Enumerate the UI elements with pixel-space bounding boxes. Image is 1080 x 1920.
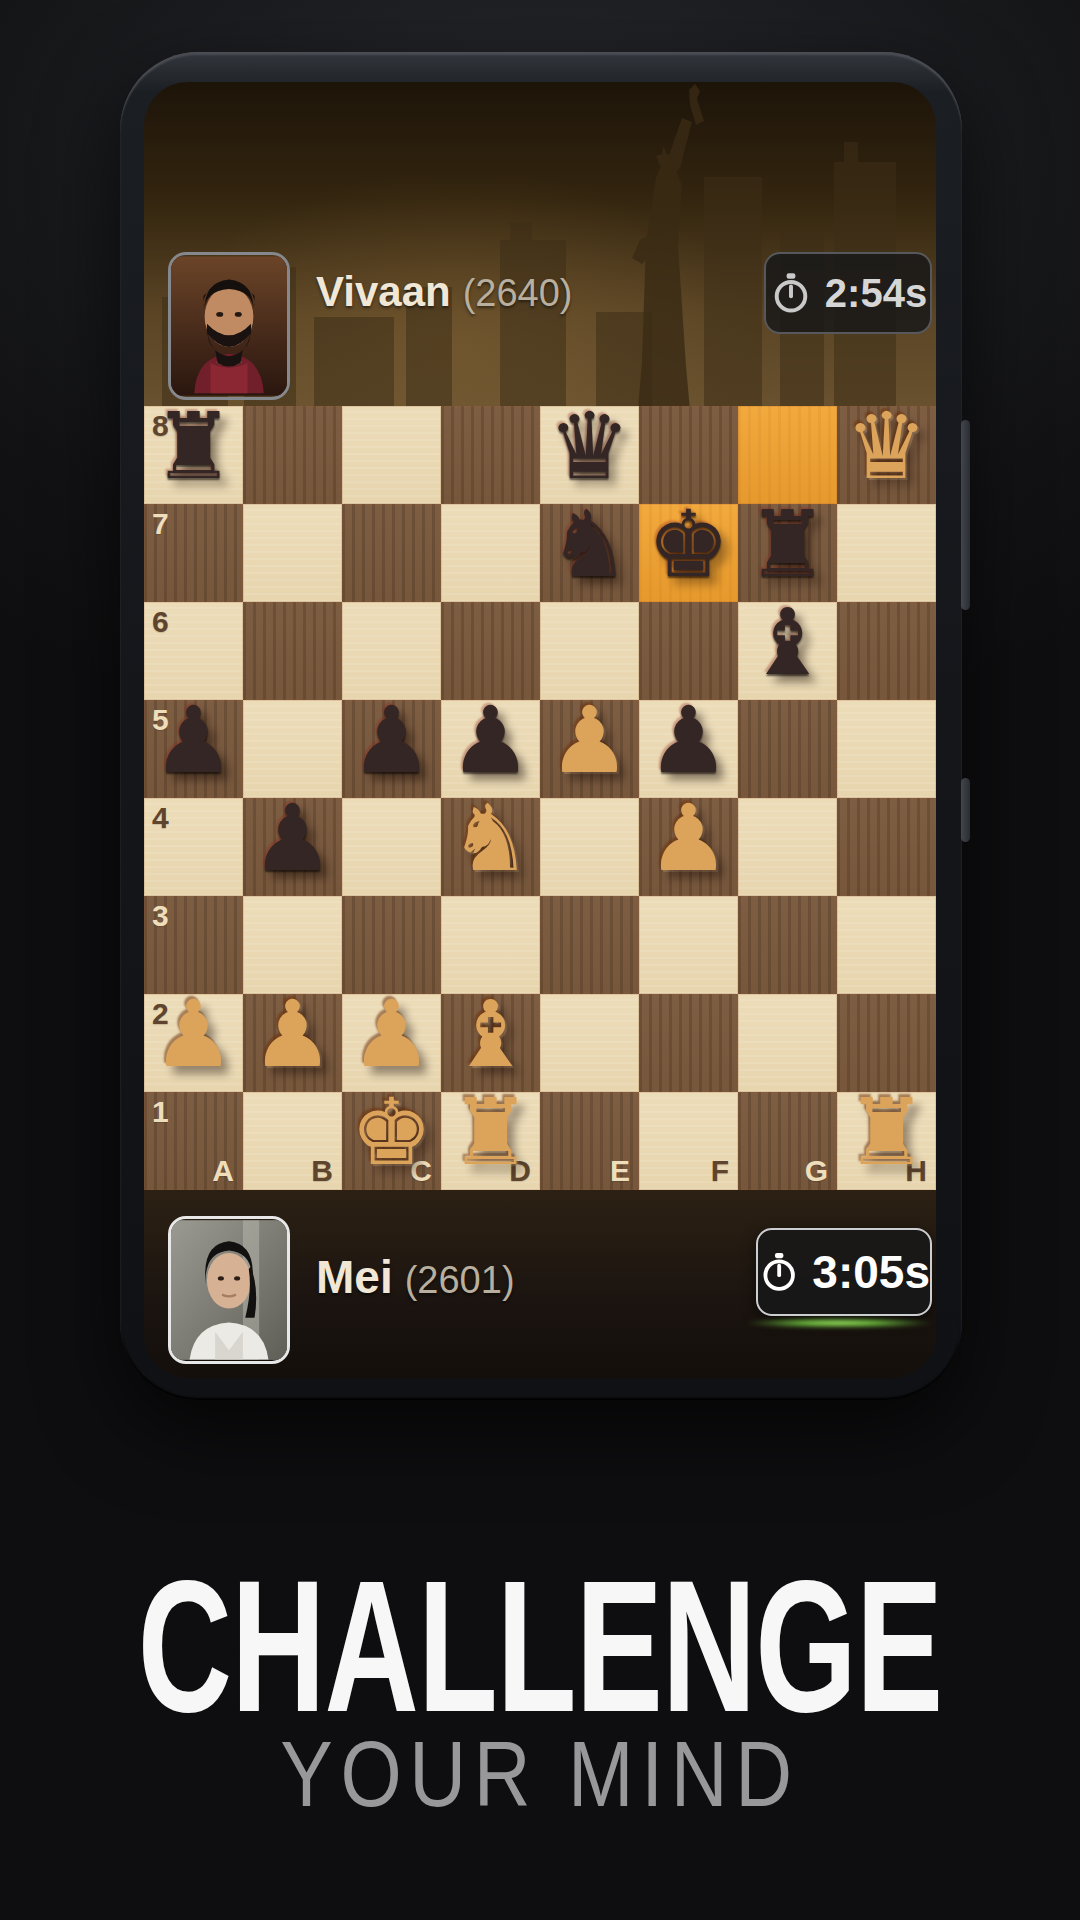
square-g5[interactable] — [738, 700, 837, 798]
player-name-top: Vivaan — [316, 268, 451, 316]
square-b6[interactable] — [243, 602, 342, 700]
tagline-your-mind: YOUR MIND — [22, 1722, 1059, 1827]
square-e4[interactable] — [540, 798, 639, 896]
square-f1[interactable]: F — [639, 1092, 738, 1190]
square-c2[interactable]: ♟ — [342, 994, 441, 1092]
avatar-mei — [168, 1216, 290, 1364]
square-h5[interactable] — [837, 700, 936, 798]
black-knight-e7[interactable]: ♞ — [540, 496, 639, 594]
square-a7[interactable]: 7 — [144, 504, 243, 602]
white-queen-h8[interactable]: ♛ — [837, 398, 936, 496]
square-h2[interactable] — [837, 994, 936, 1092]
square-h6[interactable] — [837, 602, 936, 700]
black-rook-g7[interactable]: ♜ — [738, 496, 837, 594]
black-pawn-d5[interactable]: ♟ — [441, 692, 540, 790]
square-d5[interactable]: ♟ — [441, 700, 540, 798]
active-turn-glow — [744, 1318, 934, 1328]
black-pawn-c5[interactable]: ♟ — [342, 692, 441, 790]
square-g6[interactable]: ♝ — [738, 602, 837, 700]
square-g1[interactable]: G — [738, 1092, 837, 1190]
player-name-bottom: Mei — [316, 1250, 393, 1304]
square-h8[interactable]: ♛ — [837, 406, 936, 504]
square-a8[interactable]: 8♜ — [144, 406, 243, 504]
app-screen: Vivaan (2640) 2:54s 8♜♛♛7♞♚♜6♝5♟♟♟♟♟4♟♞♟… — [144, 82, 936, 1378]
square-c5[interactable]: ♟ — [342, 700, 441, 798]
rank-label-4: 4 — [152, 803, 169, 833]
square-h4[interactable] — [837, 798, 936, 896]
power-button — [961, 778, 970, 842]
black-queen-e8[interactable]: ♛ — [540, 398, 639, 496]
black-bishop-g6[interactable]: ♝ — [738, 594, 837, 692]
white-king-c1[interactable]: ♚ — [342, 1084, 441, 1182]
avatar-vivaan — [168, 252, 290, 400]
black-rook-a8[interactable]: ♜ — [144, 398, 243, 496]
player-rating-bottom: (2601) — [405, 1259, 515, 1302]
square-a3[interactable]: 3 — [144, 896, 243, 994]
white-bishop-d2[interactable]: ♝ — [441, 986, 540, 1084]
chess-board: 8♜♛♛7♞♚♜6♝5♟♟♟♟♟4♟♞♟32♟♟♟♝1ABC♚D♜EFGH♜ — [144, 406, 936, 1190]
square-d6[interactable] — [441, 602, 540, 700]
square-d4[interactable]: ♞ — [441, 798, 540, 896]
rank-label-7: 7 — [152, 509, 169, 539]
rank-label-6: 6 — [152, 607, 169, 637]
square-c1[interactable]: C♚ — [342, 1092, 441, 1190]
square-g4[interactable] — [738, 798, 837, 896]
square-d8[interactable] — [441, 406, 540, 504]
square-c6[interactable] — [342, 602, 441, 700]
square-c7[interactable] — [342, 504, 441, 602]
square-e5[interactable]: ♟ — [540, 700, 639, 798]
square-h7[interactable] — [837, 504, 936, 602]
white-pawn-f4[interactable]: ♟ — [639, 790, 738, 888]
square-d7[interactable] — [441, 504, 540, 602]
square-c8[interactable] — [342, 406, 441, 504]
black-pawn-f5[interactable]: ♟ — [639, 692, 738, 790]
square-c3[interactable] — [342, 896, 441, 994]
square-g3[interactable] — [738, 896, 837, 994]
square-h1[interactable]: H♜ — [837, 1092, 936, 1190]
clock-icon — [758, 1248, 800, 1296]
volume-button — [961, 420, 970, 610]
square-h3[interactable] — [837, 896, 936, 994]
white-knight-d4[interactable]: ♞ — [441, 790, 540, 888]
player-rating-top: (2640) — [463, 272, 573, 315]
square-b4[interactable]: ♟ — [243, 798, 342, 896]
square-e2[interactable] — [540, 994, 639, 1092]
clock-bottom: 3:05s — [756, 1228, 932, 1316]
square-a1[interactable]: 1A — [144, 1092, 243, 1190]
square-d2[interactable]: ♝ — [441, 994, 540, 1092]
square-g2[interactable] — [738, 994, 837, 1092]
square-c4[interactable] — [342, 798, 441, 896]
white-pawn-b2[interactable]: ♟ — [243, 986, 342, 1084]
promo-canvas: Vivaan (2640) 2:54s 8♜♛♛7♞♚♜6♝5♟♟♟♟♟4♟♞♟… — [0, 0, 1080, 1920]
clock-time-top: 2:54s — [825, 271, 927, 316]
square-a2[interactable]: 2♟ — [144, 994, 243, 1092]
rank-label-1: 1 — [152, 1097, 169, 1127]
white-pawn-e5[interactable]: ♟ — [540, 692, 639, 790]
square-f4[interactable]: ♟ — [639, 798, 738, 896]
phone-mockup: Vivaan (2640) 2:54s 8♜♛♛7♞♚♜6♝5♟♟♟♟♟4♟♞♟… — [120, 52, 962, 1400]
file-label-B: B — [311, 1156, 333, 1186]
file-label-G: G — [805, 1156, 828, 1186]
clock-icon — [769, 271, 813, 315]
square-b8[interactable] — [243, 406, 342, 504]
clock-time-bottom: 3:05s — [812, 1245, 930, 1299]
file-label-E: E — [610, 1156, 630, 1186]
white-pawn-a2[interactable]: ♟ — [144, 986, 243, 1084]
white-pawn-c2[interactable]: ♟ — [342, 986, 441, 1084]
square-a5[interactable]: 5♟ — [144, 700, 243, 798]
black-pawn-a5[interactable]: ♟ — [144, 692, 243, 790]
square-a4[interactable]: 4 — [144, 798, 243, 896]
square-e6[interactable] — [540, 602, 639, 700]
square-b7[interactable] — [243, 504, 342, 602]
square-e7[interactable]: ♞ — [540, 504, 639, 602]
square-b5[interactable] — [243, 700, 342, 798]
square-g7[interactable]: ♜ — [738, 504, 837, 602]
square-e1[interactable]: E — [540, 1092, 639, 1190]
clock-top: 2:54s — [764, 252, 932, 334]
rank-label-3: 3 — [152, 901, 169, 931]
square-f7[interactable]: ♚ — [639, 504, 738, 602]
square-f6[interactable] — [639, 602, 738, 700]
square-d1[interactable]: D♜ — [441, 1092, 540, 1190]
square-g8[interactable] — [738, 406, 837, 504]
square-d3[interactable] — [441, 896, 540, 994]
square-e3[interactable] — [540, 896, 639, 994]
square-a6[interactable]: 6 — [144, 602, 243, 700]
square-f3[interactable] — [639, 896, 738, 994]
white-rook-h1[interactable]: ♜ — [837, 1084, 936, 1182]
square-b2[interactable]: ♟ — [243, 994, 342, 1092]
square-f8[interactable] — [639, 406, 738, 504]
file-label-A: A — [212, 1156, 234, 1186]
square-f2[interactable] — [639, 994, 738, 1092]
black-king-f7[interactable]: ♚ — [639, 496, 738, 594]
file-label-F: F — [711, 1156, 729, 1186]
square-e8[interactable]: ♛ — [540, 406, 639, 504]
square-b1[interactable]: B — [243, 1092, 342, 1190]
square-b3[interactable] — [243, 896, 342, 994]
square-f5[interactable]: ♟ — [639, 700, 738, 798]
white-rook-d1[interactable]: ♜ — [441, 1084, 540, 1182]
black-pawn-b4[interactable]: ♟ — [243, 790, 342, 888]
